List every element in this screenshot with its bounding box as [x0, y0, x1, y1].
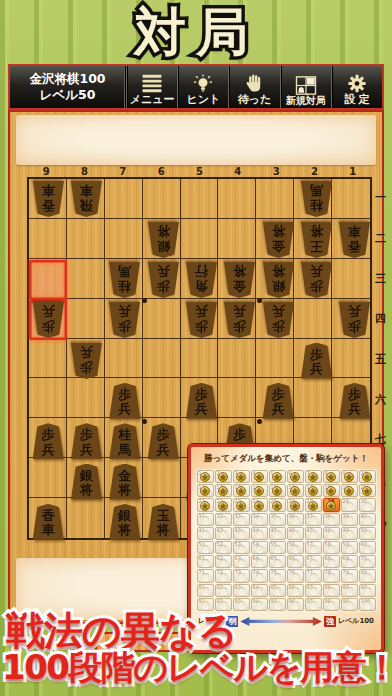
board-square[interactable] — [29, 378, 67, 418]
rank-label: 六 — [374, 392, 387, 407]
empty-medal-slot — [274, 559, 281, 566]
level-cell-15: 15金 — [269, 484, 286, 497]
empty-medal-slot — [292, 559, 299, 566]
empty-medal-slot — [220, 587, 227, 594]
level-cell-18: 18金 — [323, 484, 340, 497]
empty-medal-slot — [310, 516, 317, 523]
gote-captured-pieces-tray — [16, 115, 376, 165]
shogi-piece-16-sente[interactable]: 歩兵 — [339, 383, 370, 419]
board-square[interactable] — [67, 299, 105, 339]
empty-medal-slot — [256, 601, 263, 608]
board-square[interactable] — [105, 339, 143, 379]
gold-medal-icon: 金 — [290, 501, 300, 511]
level-cell-99: 99 — [341, 598, 358, 611]
star-point — [257, 419, 262, 424]
rank-label: 四 — [374, 311, 387, 326]
level-cell-96: 96 — [287, 598, 304, 611]
empty-medal-slot — [274, 545, 281, 552]
board-square[interactable] — [67, 259, 105, 299]
level-cell-71: 71 — [197, 569, 214, 582]
gold-medal-icon: 金 — [326, 486, 336, 496]
level-cell-14: 14金 — [251, 484, 268, 497]
shogi-piece-91-gote[interactable]: 香車 — [33, 181, 64, 217]
level-cell-46: 46 — [287, 527, 304, 540]
level-cell-8: 8金 — [323, 470, 340, 483]
level-cell-90: 90 — [359, 584, 376, 597]
empty-medal-slot — [274, 530, 281, 537]
file-label: 5 — [180, 166, 218, 177]
gold-medal-icon: 金 — [362, 472, 372, 482]
empty-medal-slot — [292, 573, 299, 580]
empty-medal-slot — [292, 601, 299, 608]
level-cell-57: 57 — [305, 541, 322, 554]
board-square[interactable] — [29, 339, 67, 379]
level-cell-33: 33 — [233, 513, 250, 526]
empty-medal-slot — [220, 545, 227, 552]
gold-medal-icon: 金 — [254, 501, 264, 511]
gold-medal-icon: 金 — [290, 472, 300, 482]
level-cell-25: 25金 — [269, 498, 286, 511]
board-square[interactable] — [256, 179, 294, 219]
level-cell-13: 13金 — [233, 484, 250, 497]
gold-medal-icon: 金 — [326, 472, 336, 482]
level-cell-85: 85 — [269, 584, 286, 597]
level-cell-87: 87 — [305, 584, 322, 597]
menu-lines-icon — [141, 74, 163, 93]
shogi-piece-12-gote[interactable]: 香車 — [339, 222, 370, 258]
level-cell-56: 56 — [287, 541, 304, 554]
board-square[interactable] — [218, 339, 256, 379]
board-square[interactable] — [218, 179, 256, 219]
empty-medal-slot — [220, 573, 227, 580]
board-square[interactable] — [218, 378, 256, 418]
shogi-piece-43-gote[interactable]: 金将 — [224, 262, 255, 298]
empty-medal-slot — [364, 573, 371, 580]
level-cell-29: 29 — [341, 498, 358, 511]
last-move-highlight — [29, 260, 67, 300]
empty-medal-slot — [292, 587, 299, 594]
level-cell-32: 32 — [215, 513, 232, 526]
level-cell-62: 62 — [215, 555, 232, 568]
rank-label: 三 — [374, 271, 387, 286]
lightbulb-icon — [192, 74, 214, 93]
board-square[interactable] — [181, 339, 219, 379]
level-cell-97: 97 — [305, 598, 322, 611]
empty-medal-slot — [256, 516, 263, 523]
empty-medal-slot — [238, 573, 245, 580]
empty-medal-slot — [364, 545, 371, 552]
engine-level-label: 金沢将棋100 レベル50 — [10, 66, 126, 108]
level-cell-52: 52 — [215, 541, 232, 554]
empty-medal-slot — [328, 545, 335, 552]
strength-arrow — [240, 617, 322, 626]
shogi-piece-97-sente[interactable]: 歩兵 — [33, 423, 64, 459]
empty-medal-slot — [328, 516, 335, 523]
board-square[interactable] — [294, 378, 332, 418]
level-cell-80: 80 — [359, 569, 376, 582]
board-grid-icon — [295, 76, 317, 95]
file-label: 6 — [142, 166, 180, 177]
gold-medal-icon: 金 — [200, 486, 210, 496]
gold-medal-icon: 金 — [344, 486, 354, 496]
empty-medal-slot — [346, 545, 353, 552]
level-cell-43: 43 — [233, 527, 250, 540]
empty-medal-slot — [292, 545, 299, 552]
gold-medal-icon: 金 — [236, 486, 246, 496]
empty-medal-slot — [202, 545, 209, 552]
shogi-piece-36-sente[interactable]: 歩兵 — [263, 383, 294, 419]
level-cell-11: 11金 — [197, 484, 214, 497]
menu-button[interactable]: メニュー — [126, 66, 177, 108]
level-cell-55: 55 — [269, 541, 286, 554]
empty-medal-slot — [364, 502, 371, 509]
level-cell-21: 21金 — [197, 498, 214, 511]
shogi-piece-14-gote[interactable]: 歩兵 — [339, 302, 370, 338]
empty-medal-slot — [346, 573, 353, 580]
level-cell-59: 59 — [341, 541, 358, 554]
gold-medal-icon: 金 — [308, 472, 318, 482]
hint-button[interactable]: ヒント — [177, 66, 228, 108]
star-point — [142, 298, 147, 303]
level-cell-77: 77 — [305, 569, 322, 582]
gold-medal-icon: 金 — [272, 472, 282, 482]
empty-medal-slot — [292, 530, 299, 537]
level-cell-19: 19金 — [341, 484, 358, 497]
empty-medal-slot — [202, 530, 209, 537]
empty-medal-slot — [220, 530, 227, 537]
level-cell-83: 83 — [233, 584, 250, 597]
star-point — [257, 298, 262, 303]
shogi-piece-79-sente[interactable]: 銀将 — [109, 504, 140, 540]
level-cell-47: 47 — [305, 527, 322, 540]
star-point — [142, 419, 147, 424]
level-cell-12: 12金 — [215, 484, 232, 497]
empty-medal-slot — [256, 573, 263, 580]
empty-medal-slot — [238, 559, 245, 566]
rank-label: 五 — [374, 352, 387, 367]
empty-medal-slot — [238, 530, 245, 537]
level-cell-30: 30 — [359, 498, 376, 511]
empty-medal-slot — [346, 502, 353, 509]
gold-medal-icon: 金 — [218, 486, 228, 496]
shogi-piece-23-gote[interactable]: 歩兵 — [301, 262, 332, 298]
level-cell-9: 9金 — [341, 470, 358, 483]
file-label: 7 — [104, 166, 142, 177]
level-cell-79: 79 — [341, 569, 358, 582]
board-square[interactable] — [29, 458, 67, 498]
shogi-piece-94-gote[interactable]: 歩兵 — [33, 302, 64, 338]
level-cell-66: 66 — [287, 555, 304, 568]
shogi-piece-44-gote[interactable]: 歩兵 — [224, 302, 255, 338]
level-cell-68: 68 — [323, 555, 340, 568]
shogi-piece-22-gote[interactable]: 王将 — [301, 222, 332, 258]
level-cell-1: 1金 — [197, 470, 214, 483]
board-square[interactable] — [105, 179, 143, 219]
empty-medal-slot — [238, 516, 245, 523]
shogi-piece-56-sente[interactable]: 歩兵 — [186, 383, 217, 419]
level-cell-63: 63 — [233, 555, 250, 568]
empty-medal-slot — [238, 587, 245, 594]
empty-medal-slot — [310, 601, 317, 608]
empty-medal-slot — [274, 587, 281, 594]
empty-medal-slot — [274, 601, 281, 608]
empty-medal-slot — [256, 559, 263, 566]
shogi-piece-33-gote[interactable]: 銀将 — [263, 262, 294, 298]
shogi-piece-67-sente[interactable]: 歩兵 — [148, 423, 179, 459]
level-cell-28: 28金 — [323, 498, 340, 511]
empty-medal-slot — [220, 559, 227, 566]
shogi-piece-88-sente[interactable]: 銀将 — [71, 464, 102, 500]
level-cell-26: 26金 — [287, 498, 304, 511]
gold-medal-icon: 金 — [236, 501, 246, 511]
level-cell-7: 7金 — [305, 470, 322, 483]
level-cell-6: 6金 — [287, 470, 304, 483]
gold-medal-icon: 金 — [362, 486, 372, 496]
empty-medal-slot — [346, 559, 353, 566]
level-cell-75: 75 — [269, 569, 286, 582]
promo-title: 勝ってメダルを集めて、盤・駒をゲット！ — [191, 453, 381, 465]
strong-badge: 強 — [324, 616, 336, 627]
file-label: 2 — [295, 166, 333, 177]
board-square[interactable] — [105, 219, 143, 259]
level-cell-20: 20金 — [359, 484, 376, 497]
shogi-piece-76-sente[interactable]: 歩兵 — [109, 383, 140, 419]
board-square[interactable] — [143, 458, 181, 498]
file-label: 8 — [65, 166, 103, 177]
gold-medal-icon: 金 — [218, 472, 228, 482]
level-cell-51: 51 — [197, 541, 214, 554]
empty-medal-slot — [364, 601, 371, 608]
board-square[interactable] — [181, 219, 219, 259]
level-cell-82: 82 — [215, 584, 232, 597]
board-square[interactable] — [218, 219, 256, 259]
rank-label: 一 — [374, 190, 387, 205]
level-cell-45: 45 — [269, 527, 286, 540]
level-cell-61: 61 — [197, 555, 214, 568]
shogi-piece-63-gote[interactable]: 歩兵 — [148, 262, 179, 298]
level-cell-36: 36 — [287, 513, 304, 526]
level-cell-17: 17金 — [305, 484, 322, 497]
board-square[interactable] — [67, 378, 105, 418]
board-square[interactable] — [332, 179, 370, 219]
shogi-piece-81-gote[interactable]: 飛車 — [71, 181, 102, 217]
board-square[interactable] — [143, 378, 181, 418]
empty-medal-slot — [364, 516, 371, 523]
gold-medal-icon: 金 — [254, 472, 264, 482]
board-square[interactable] — [67, 498, 105, 538]
board-square[interactable] — [294, 299, 332, 339]
raised-hand-icon — [244, 74, 266, 93]
shogi-piece-78-sente[interactable]: 金将 — [109, 464, 140, 500]
level-cell-53: 53 — [233, 541, 250, 554]
level-cell-48: 48 — [323, 527, 340, 540]
level-cell-10: 10金 — [359, 470, 376, 483]
empty-medal-slot — [202, 516, 209, 523]
empty-medal-slot — [292, 516, 299, 523]
level-cell-54: 54 — [251, 541, 268, 554]
board-square[interactable] — [332, 339, 370, 379]
empty-medal-slot — [256, 545, 263, 552]
level-cell-44: 44 — [251, 527, 268, 540]
gold-medal-icon: 金 — [236, 472, 246, 482]
level-cell-94: 94 — [251, 598, 268, 611]
level-cell-38: 38 — [323, 513, 340, 526]
level-cell-67: 67 — [305, 555, 322, 568]
empty-medal-slot — [256, 587, 263, 594]
level-cell-65: 65 — [269, 555, 286, 568]
level-cell-23: 23金 — [233, 498, 250, 511]
level-cell-5: 5金 — [269, 470, 286, 483]
page-title: 対局 — [0, 0, 392, 68]
gold-medal-icon: 金 — [254, 486, 264, 496]
board-square[interactable] — [256, 339, 294, 379]
level-cell-89: 89 — [341, 584, 358, 597]
level-cell-73: 73 — [233, 569, 250, 582]
level-grid: 1金2金3金4金5金6金7金8金9金10金11金12金13金14金15金16金1… — [196, 469, 377, 612]
shogi-piece-87-sente[interactable]: 歩兵 — [71, 423, 102, 459]
shogi-piece-85-gote[interactable]: 歩兵 — [71, 343, 102, 379]
file-label: 3 — [257, 166, 295, 177]
board-square[interactable] — [143, 339, 181, 379]
level-cell-95: 95 — [269, 598, 286, 611]
level-cell-60: 60 — [359, 541, 376, 554]
gold-medal-icon: 金 — [344, 472, 354, 482]
undo-button[interactable]: 待った — [228, 66, 279, 108]
level-cell-74: 74 — [251, 569, 268, 582]
gold-medal-icon: 金 — [200, 501, 210, 511]
empty-medal-slot — [328, 601, 335, 608]
empty-medal-slot — [310, 559, 317, 566]
level-cell-22: 22金 — [215, 498, 232, 511]
level-cell-37: 37 — [305, 513, 322, 526]
empty-medal-slot — [346, 587, 353, 594]
file-label: 9 — [27, 166, 65, 177]
gold-medal-icon: 金 — [308, 486, 318, 496]
level-cell-49: 49 — [341, 527, 358, 540]
board-square[interactable] — [181, 179, 219, 219]
file-label: 4 — [219, 166, 257, 177]
level-cell-27: 27金 — [305, 498, 322, 511]
shogi-piece-25-sente[interactable]: 歩兵 — [301, 343, 332, 379]
gold-medal-icon: 金 — [200, 472, 210, 482]
empty-medal-slot — [274, 516, 281, 523]
level-cell-2: 2金 — [215, 470, 232, 483]
empty-medal-slot — [202, 559, 209, 566]
level-cell-58: 58 — [323, 541, 340, 554]
empty-medal-slot — [328, 587, 335, 594]
scale-right-label: レベル100 — [338, 616, 374, 626]
empty-medal-slot — [364, 587, 371, 594]
empty-medal-slot — [310, 545, 317, 552]
board-square[interactable] — [143, 299, 181, 339]
empty-medal-slot — [328, 559, 335, 566]
level-cell-31: 31 — [197, 513, 214, 526]
empty-medal-slot — [238, 601, 245, 608]
empty-medal-slot — [364, 530, 371, 537]
empty-medal-slot — [256, 530, 263, 537]
level-cell-39: 39 — [341, 513, 358, 526]
empty-medal-slot — [202, 573, 209, 580]
level-cell-84: 84 — [251, 584, 268, 597]
shogi-piece-62-gote[interactable]: 銀将 — [148, 222, 179, 258]
level-cell-72: 72 — [215, 569, 232, 582]
empty-medal-slot — [328, 573, 335, 580]
level-cell-86: 86 — [287, 584, 304, 597]
new-game-button[interactable]: 新規対局 — [280, 66, 331, 108]
file-label: 1 — [334, 166, 372, 177]
board-square[interactable] — [143, 179, 181, 219]
level-cell-70: 70 — [359, 555, 376, 568]
level-cell-98: 98 — [323, 598, 340, 611]
gold-medal-icon: 金 — [218, 501, 228, 511]
empty-medal-slot — [310, 530, 317, 537]
level-cell-4: 4金 — [251, 470, 268, 483]
shogi-piece-77-sente[interactable]: 桂馬 — [109, 423, 140, 459]
level-cell-24: 24金 — [251, 498, 268, 511]
shogi-piece-34-gote[interactable]: 歩兵 — [263, 302, 294, 338]
shogi-piece-73-gote[interactable]: 桂馬 — [109, 262, 140, 298]
empty-medal-slot — [202, 587, 209, 594]
empty-medal-slot — [346, 601, 353, 608]
level-cell-88: 88 — [323, 584, 340, 597]
level-cell-100: 100 — [359, 598, 376, 611]
shogi-piece-21-gote[interactable]: 桂馬 — [301, 181, 332, 217]
file-labels: 987654321 — [27, 166, 372, 177]
board-square[interactable] — [29, 219, 67, 259]
level-cell-35: 35 — [269, 513, 286, 526]
board-square[interactable] — [332, 259, 370, 299]
toolbar: 金沢将棋100 レベル50 メニュー ヒント 待った 新規対局 設 定 — [8, 64, 384, 110]
empty-medal-slot — [346, 530, 353, 537]
shogi-piece-53-gote[interactable]: 角行 — [186, 262, 217, 298]
shogi-piece-69-sente[interactable]: 玉将 — [148, 504, 179, 540]
gold-medal-icon: 金 — [308, 501, 318, 511]
shogi-piece-32-gote[interactable]: 金将 — [263, 222, 294, 258]
level-cell-81: 81 — [197, 584, 214, 597]
level-cell-3: 3金 — [233, 470, 250, 483]
empty-medal-slot — [364, 559, 371, 566]
board-square[interactable] — [67, 219, 105, 259]
level-cell-69: 69 — [341, 555, 358, 568]
empty-medal-slot — [238, 545, 245, 552]
shogi-piece-74-gote[interactable]: 歩兵 — [109, 302, 140, 338]
level-cell-78: 78 — [323, 569, 340, 582]
empty-medal-slot — [274, 573, 281, 580]
gold-medal-icon: 金 — [326, 501, 336, 511]
gold-medal-icon: 金 — [272, 486, 282, 496]
level-cell-41: 41 — [197, 527, 214, 540]
settings-button[interactable]: 設 定 — [331, 66, 382, 108]
level-cell-16: 16金 — [287, 484, 304, 497]
level-cell-34: 34 — [251, 513, 268, 526]
empty-medal-slot — [328, 530, 335, 537]
rank-label: 二 — [374, 231, 387, 246]
empty-medal-slot — [310, 573, 317, 580]
level-cell-76: 76 — [287, 569, 304, 582]
level-cell-64: 64 — [251, 555, 268, 568]
shogi-piece-99-sente[interactable]: 香車 — [33, 504, 64, 540]
empty-medal-slot — [310, 587, 317, 594]
level-cell-40: 40 — [359, 513, 376, 526]
shogi-piece-54-gote[interactable]: 歩兵 — [186, 302, 217, 338]
gear-icon — [346, 74, 368, 93]
empty-medal-slot — [346, 516, 353, 523]
empty-medal-slot — [220, 516, 227, 523]
level-cell-50: 50 — [359, 527, 376, 540]
level-cell-42: 42 — [215, 527, 232, 540]
gold-medal-icon: 金 — [290, 486, 300, 496]
headline-line2: 100段階のレベルを用意！ — [2, 645, 392, 691]
